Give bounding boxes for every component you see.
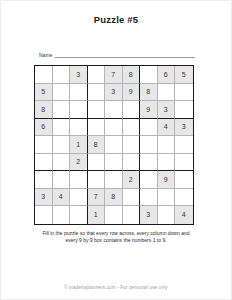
sudoku-cell-r9c7: 3 bbox=[140, 206, 158, 224]
sudoku-cell-r4c2[interactable] bbox=[53, 119, 71, 137]
sudoku-cell-r3c3[interactable] bbox=[70, 101, 88, 119]
sudoku-cell-r8c1: 3 bbox=[35, 189, 53, 207]
sudoku-cell-r3c2[interactable] bbox=[53, 101, 71, 119]
sudoku-cell-r3c1: 8 bbox=[35, 101, 53, 119]
sudoku-cell-r7c4[interactable] bbox=[88, 171, 106, 189]
sudoku-cell-r7c7[interactable] bbox=[140, 171, 158, 189]
sudoku-cell-r5c4: 8 bbox=[88, 136, 106, 154]
sudoku-cell-r7c1[interactable] bbox=[35, 171, 53, 189]
sudoku-cell-r6c8[interactable] bbox=[158, 154, 176, 172]
sudoku-cell-r4c5[interactable] bbox=[105, 119, 123, 137]
sudoku-cell-r6c4[interactable] bbox=[88, 154, 106, 172]
sudoku-cell-r9c3[interactable] bbox=[70, 206, 88, 224]
sudoku-cell-r5c1[interactable] bbox=[35, 136, 53, 154]
sudoku-cell-r2c4[interactable] bbox=[88, 84, 106, 102]
sudoku-cell-r2c6: 9 bbox=[123, 84, 141, 102]
sudoku-cell-r5c7[interactable] bbox=[140, 136, 158, 154]
sudoku-cell-r7c5[interactable] bbox=[105, 171, 123, 189]
sudoku-cell-r2c2[interactable] bbox=[53, 84, 71, 102]
sudoku-cell-r5c3: 1 bbox=[70, 136, 88, 154]
sudoku-cell-r4c7[interactable] bbox=[140, 119, 158, 137]
sudoku-cell-r8c8[interactable] bbox=[158, 189, 176, 207]
name-underline[interactable] bbox=[55, 51, 195, 58]
sudoku-cell-r4c9: 3 bbox=[175, 119, 193, 137]
sudoku-cell-r5c2[interactable] bbox=[53, 136, 71, 154]
sudoku-cell-r8c3[interactable] bbox=[70, 189, 88, 207]
sudoku-cell-r3c4[interactable] bbox=[88, 101, 106, 119]
sudoku-cell-r1c5: 7 bbox=[105, 66, 123, 84]
sudoku-cell-r7c2[interactable] bbox=[53, 171, 71, 189]
sudoku-cell-r3c7: 9 bbox=[140, 101, 158, 119]
sudoku-board: 378655398893643182293478134 bbox=[34, 65, 194, 225]
sudoku-cell-r1c9: 5 bbox=[175, 66, 193, 84]
sudoku-cell-r1c7[interactable] bbox=[140, 66, 158, 84]
sudoku-cell-r9c9: 4 bbox=[175, 206, 193, 224]
name-label: Name bbox=[39, 52, 52, 58]
sudoku-cell-r7c8: 9 bbox=[158, 171, 176, 189]
sudoku-cell-r2c8[interactable] bbox=[158, 84, 176, 102]
sudoku-cell-r9c4: 1 bbox=[88, 206, 106, 224]
sudoku-cell-r3c6[interactable] bbox=[123, 101, 141, 119]
sudoku-cell-r6c2[interactable] bbox=[53, 154, 71, 172]
sudoku-cell-r4c1: 6 bbox=[35, 119, 53, 137]
sudoku-cell-r2c1: 5 bbox=[35, 84, 53, 102]
instructions-line2: every 9 by 9 box contains the numbers 1 … bbox=[1, 237, 231, 244]
instructions: Fill in the puzzle so that every row acr… bbox=[1, 230, 231, 243]
sudoku-cell-r2c7: 8 bbox=[140, 84, 158, 102]
sudoku-cell-r9c1[interactable] bbox=[35, 206, 53, 224]
sudoku-cell-r6c6[interactable] bbox=[123, 154, 141, 172]
worksheet-page: Puzzle #5 Name 3786553988936431822934781… bbox=[0, 0, 232, 300]
sudoku-cell-r5c9[interactable] bbox=[175, 136, 193, 154]
sudoku-cell-r8c7[interactable] bbox=[140, 189, 158, 207]
page-title: Puzzle #5 bbox=[1, 14, 231, 25]
sudoku-cell-r7c3[interactable] bbox=[70, 171, 88, 189]
sudoku-cell-r6c9[interactable] bbox=[175, 154, 193, 172]
sudoku-cell-r5c6[interactable] bbox=[123, 136, 141, 154]
sudoku-cell-r4c8: 4 bbox=[158, 119, 176, 137]
sudoku-cell-r3c9[interactable] bbox=[175, 101, 193, 119]
sudoku-cell-r8c5: 8 bbox=[105, 189, 123, 207]
sudoku-cell-r9c2[interactable] bbox=[53, 206, 71, 224]
sudoku-cell-r1c3: 3 bbox=[70, 66, 88, 84]
sudoku-cell-r3c5[interactable] bbox=[105, 101, 123, 119]
sudoku-cell-r5c8[interactable] bbox=[158, 136, 176, 154]
sudoku-cell-r4c4[interactable] bbox=[88, 119, 106, 137]
sudoku-cell-r8c9[interactable] bbox=[175, 189, 193, 207]
sudoku-cell-r7c9[interactable] bbox=[175, 171, 193, 189]
sudoku-cell-r2c3[interactable] bbox=[70, 84, 88, 102]
sudoku-cell-r5c5[interactable] bbox=[105, 136, 123, 154]
sudoku-cell-r1c8: 6 bbox=[158, 66, 176, 84]
sudoku-cell-r6c7[interactable] bbox=[140, 154, 158, 172]
sudoku-cell-r8c6[interactable] bbox=[123, 189, 141, 207]
sudoku-cell-r4c6[interactable] bbox=[123, 119, 141, 137]
sudoku-cell-r1c2[interactable] bbox=[53, 66, 71, 84]
sudoku-cell-r9c5[interactable] bbox=[105, 206, 123, 224]
sudoku-cell-r9c6[interactable] bbox=[123, 206, 141, 224]
sudoku-cell-r2c9[interactable] bbox=[175, 84, 193, 102]
name-field: Name bbox=[39, 51, 195, 58]
sudoku-cell-r6c1[interactable] bbox=[35, 154, 53, 172]
footer-copyright: © madebyplanners.com - For personal use … bbox=[1, 285, 231, 290]
sudoku-cell-r3c8: 3 bbox=[158, 101, 176, 119]
sudoku-cell-r7c6: 2 bbox=[123, 171, 141, 189]
sudoku-cell-r1c1[interactable] bbox=[35, 66, 53, 84]
sudoku-cell-r8c2: 4 bbox=[53, 189, 71, 207]
sudoku-cell-r1c4[interactable] bbox=[88, 66, 106, 84]
sudoku-cell-r4c3[interactable] bbox=[70, 119, 88, 137]
sudoku-cell-r8c4: 7 bbox=[88, 189, 106, 207]
sudoku-cell-r6c3: 2 bbox=[70, 154, 88, 172]
sudoku-cell-r2c5: 3 bbox=[105, 84, 123, 102]
sudoku-cell-r9c8[interactable] bbox=[158, 206, 176, 224]
sudoku-cell-r6c5[interactable] bbox=[105, 154, 123, 172]
sudoku-cell-r1c6: 8 bbox=[123, 66, 141, 84]
